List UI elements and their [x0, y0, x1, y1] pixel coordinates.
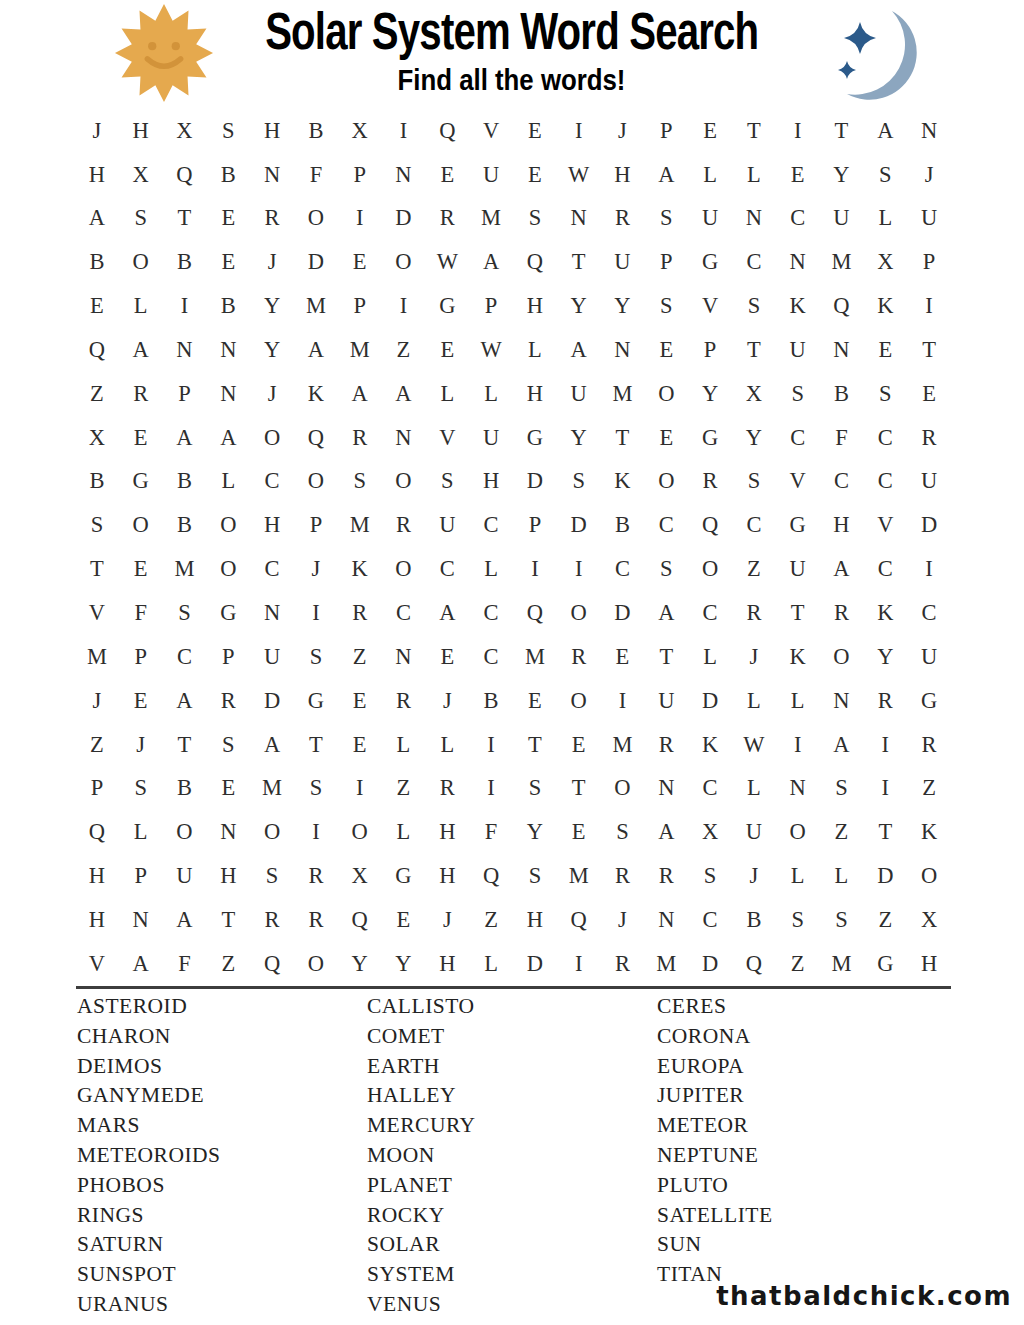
- grid-cell[interactable]: G: [425, 284, 469, 328]
- grid-cell[interactable]: U: [644, 679, 688, 723]
- grid-cell[interactable]: U: [776, 328, 820, 372]
- grid-cell[interactable]: Z: [75, 372, 119, 416]
- grid-cell[interactable]: H: [907, 942, 951, 986]
- grid-cell[interactable]: S: [338, 460, 382, 504]
- grid-cell[interactable]: O: [382, 547, 426, 591]
- grid-cell[interactable]: E: [206, 241, 250, 285]
- grid-cell[interactable]: E: [513, 153, 557, 197]
- grid-cell[interactable]: Q: [294, 416, 338, 460]
- grid-cell[interactable]: S: [820, 767, 864, 811]
- grid-cell[interactable]: Y: [732, 416, 776, 460]
- grid-cell[interactable]: P: [513, 504, 557, 548]
- grid-cell[interactable]: I: [294, 811, 338, 855]
- grid-cell[interactable]: Z: [863, 898, 907, 942]
- grid-cell[interactable]: Q: [469, 854, 513, 898]
- grid-cell[interactable]: O: [644, 372, 688, 416]
- grid-cell[interactable]: N: [776, 241, 820, 285]
- grid-cell[interactable]: C: [382, 591, 426, 635]
- grid-cell[interactable]: Q: [557, 898, 601, 942]
- grid-cell[interactable]: R: [688, 460, 732, 504]
- grid-cell[interactable]: T: [163, 723, 207, 767]
- grid-cell[interactable]: E: [644, 416, 688, 460]
- grid-cell[interactable]: C: [907, 591, 951, 635]
- grid-cell[interactable]: B: [469, 679, 513, 723]
- grid-cell[interactable]: C: [163, 635, 207, 679]
- grid-cell[interactable]: I: [557, 547, 601, 591]
- grid-cell[interactable]: H: [601, 153, 645, 197]
- grid-cell[interactable]: K: [907, 811, 951, 855]
- grid-cell[interactable]: N: [557, 197, 601, 241]
- grid-cell[interactable]: N: [119, 898, 163, 942]
- grid-cell[interactable]: O: [557, 591, 601, 635]
- grid-cell[interactable]: J: [119, 723, 163, 767]
- grid-cell[interactable]: U: [907, 460, 951, 504]
- grid-cell[interactable]: M: [644, 942, 688, 986]
- grid-cell[interactable]: C: [776, 197, 820, 241]
- grid-cell[interactable]: E: [776, 153, 820, 197]
- grid-cell[interactable]: I: [907, 284, 951, 328]
- grid-cell[interactable]: L: [688, 635, 732, 679]
- grid-cell[interactable]: U: [163, 854, 207, 898]
- grid-cell[interactable]: B: [163, 767, 207, 811]
- grid-cell[interactable]: O: [382, 460, 426, 504]
- grid-cell[interactable]: O: [206, 547, 250, 591]
- grid-cell[interactable]: O: [250, 811, 294, 855]
- grid-cell[interactable]: N: [206, 328, 250, 372]
- grid-cell[interactable]: I: [163, 284, 207, 328]
- grid-cell[interactable]: U: [250, 635, 294, 679]
- grid-cell[interactable]: C: [469, 591, 513, 635]
- grid-cell[interactable]: D: [863, 854, 907, 898]
- grid-cell[interactable]: A: [206, 416, 250, 460]
- grid-cell[interactable]: A: [75, 197, 119, 241]
- grid-cell[interactable]: V: [776, 460, 820, 504]
- grid-cell[interactable]: L: [776, 679, 820, 723]
- grid-cell[interactable]: F: [119, 591, 163, 635]
- grid-cell[interactable]: M: [338, 504, 382, 548]
- grid-cell[interactable]: C: [644, 504, 688, 548]
- grid-cell[interactable]: D: [557, 504, 601, 548]
- grid-cell[interactable]: E: [513, 109, 557, 153]
- grid-cell[interactable]: P: [119, 635, 163, 679]
- grid-cell[interactable]: R: [250, 197, 294, 241]
- grid-cell[interactable]: G: [513, 416, 557, 460]
- grid-cell[interactable]: B: [601, 504, 645, 548]
- grid-cell[interactable]: R: [382, 504, 426, 548]
- grid-cell[interactable]: L: [732, 153, 776, 197]
- grid-cell[interactable]: X: [863, 241, 907, 285]
- grid-cell[interactable]: C: [688, 898, 732, 942]
- grid-cell[interactable]: R: [338, 591, 382, 635]
- grid-cell[interactable]: Z: [732, 547, 776, 591]
- grid-cell[interactable]: L: [863, 197, 907, 241]
- grid-cell[interactable]: C: [863, 460, 907, 504]
- grid-cell[interactable]: P: [644, 109, 688, 153]
- grid-cell[interactable]: Y: [382, 942, 426, 986]
- grid-cell[interactable]: A: [382, 372, 426, 416]
- grid-cell[interactable]: N: [206, 811, 250, 855]
- grid-cell[interactable]: N: [250, 153, 294, 197]
- grid-cell[interactable]: E: [119, 679, 163, 723]
- grid-cell[interactable]: X: [119, 153, 163, 197]
- grid-cell[interactable]: U: [820, 197, 864, 241]
- grid-cell[interactable]: I: [557, 109, 601, 153]
- grid-cell[interactable]: M: [338, 328, 382, 372]
- grid-cell[interactable]: H: [513, 898, 557, 942]
- grid-cell[interactable]: M: [163, 547, 207, 591]
- grid-cell[interactable]: I: [776, 109, 820, 153]
- grid-cell[interactable]: P: [75, 767, 119, 811]
- grid-cell[interactable]: V: [688, 284, 732, 328]
- grid-cell[interactable]: A: [425, 591, 469, 635]
- grid-cell[interactable]: D: [688, 679, 732, 723]
- grid-cell[interactable]: M: [75, 635, 119, 679]
- grid-cell[interactable]: N: [644, 767, 688, 811]
- grid-cell[interactable]: L: [119, 811, 163, 855]
- grid-cell[interactable]: E: [644, 328, 688, 372]
- grid-cell[interactable]: S: [601, 811, 645, 855]
- grid-cell[interactable]: C: [863, 547, 907, 591]
- grid-cell[interactable]: E: [75, 284, 119, 328]
- grid-cell[interactable]: S: [863, 372, 907, 416]
- grid-cell[interactable]: P: [338, 153, 382, 197]
- grid-cell[interactable]: S: [250, 854, 294, 898]
- grid-cell[interactable]: Q: [75, 811, 119, 855]
- grid-cell[interactable]: C: [732, 241, 776, 285]
- grid-cell[interactable]: G: [688, 241, 732, 285]
- grid-cell[interactable]: D: [513, 942, 557, 986]
- grid-cell[interactable]: E: [338, 241, 382, 285]
- grid-cell[interactable]: L: [688, 153, 732, 197]
- grid-cell[interactable]: C: [601, 547, 645, 591]
- grid-cell[interactable]: J: [75, 109, 119, 153]
- grid-cell[interactable]: T: [732, 109, 776, 153]
- grid-cell[interactable]: L: [382, 811, 426, 855]
- grid-cell[interactable]: L: [820, 854, 864, 898]
- grid-cell[interactable]: R: [863, 679, 907, 723]
- grid-cell[interactable]: Q: [513, 241, 557, 285]
- grid-cell[interactable]: B: [206, 153, 250, 197]
- grid-cell[interactable]: A: [163, 679, 207, 723]
- grid-cell[interactable]: G: [907, 679, 951, 723]
- grid-cell[interactable]: R: [907, 723, 951, 767]
- grid-cell[interactable]: E: [863, 328, 907, 372]
- grid-cell[interactable]: Y: [557, 284, 601, 328]
- grid-cell[interactable]: T: [557, 241, 601, 285]
- grid-cell[interactable]: L: [469, 372, 513, 416]
- grid-cell[interactable]: A: [250, 723, 294, 767]
- grid-cell[interactable]: I: [513, 547, 557, 591]
- grid-cell[interactable]: U: [776, 547, 820, 591]
- grid-cell[interactable]: P: [644, 241, 688, 285]
- grid-cell[interactable]: Z: [382, 328, 426, 372]
- grid-cell[interactable]: Y: [863, 635, 907, 679]
- grid-cell[interactable]: O: [294, 197, 338, 241]
- grid-cell[interactable]: T: [513, 723, 557, 767]
- grid-cell[interactable]: L: [425, 723, 469, 767]
- grid-cell[interactable]: O: [250, 416, 294, 460]
- grid-cell[interactable]: J: [601, 109, 645, 153]
- grid-cell[interactable]: C: [820, 460, 864, 504]
- grid-cell[interactable]: G: [863, 942, 907, 986]
- grid-cell[interactable]: T: [820, 109, 864, 153]
- grid-cell[interactable]: W: [732, 723, 776, 767]
- grid-cell[interactable]: G: [382, 854, 426, 898]
- grid-cell[interactable]: E: [206, 767, 250, 811]
- grid-cell[interactable]: C: [250, 460, 294, 504]
- grid-cell[interactable]: Z: [776, 942, 820, 986]
- grid-cell[interactable]: Y: [250, 284, 294, 328]
- grid-cell[interactable]: X: [163, 109, 207, 153]
- grid-cell[interactable]: M: [601, 372, 645, 416]
- grid-cell[interactable]: P: [338, 284, 382, 328]
- grid-cell[interactable]: S: [75, 504, 119, 548]
- grid-cell[interactable]: A: [644, 591, 688, 635]
- grid-cell[interactable]: E: [206, 197, 250, 241]
- grid-cell[interactable]: A: [163, 898, 207, 942]
- grid-cell[interactable]: W: [557, 153, 601, 197]
- grid-cell[interactable]: T: [75, 547, 119, 591]
- grid-cell[interactable]: R: [907, 416, 951, 460]
- grid-cell[interactable]: S: [644, 284, 688, 328]
- grid-cell[interactable]: R: [250, 898, 294, 942]
- grid-cell[interactable]: S: [644, 197, 688, 241]
- grid-cell[interactable]: O: [907, 854, 951, 898]
- grid-cell[interactable]: M: [294, 284, 338, 328]
- grid-cell[interactable]: H: [75, 854, 119, 898]
- grid-cell[interactable]: E: [425, 635, 469, 679]
- grid-cell[interactable]: J: [250, 372, 294, 416]
- grid-cell[interactable]: R: [557, 635, 601, 679]
- grid-cell[interactable]: N: [206, 372, 250, 416]
- grid-cell[interactable]: O: [776, 811, 820, 855]
- grid-cell[interactable]: H: [75, 153, 119, 197]
- grid-cell[interactable]: V: [469, 109, 513, 153]
- grid-cell[interactable]: Y: [557, 416, 601, 460]
- grid-cell[interactable]: Z: [469, 898, 513, 942]
- grid-cell[interactable]: R: [206, 679, 250, 723]
- grid-cell[interactable]: C: [863, 416, 907, 460]
- grid-cell[interactable]: E: [601, 635, 645, 679]
- grid-cell[interactable]: H: [250, 109, 294, 153]
- grid-cell[interactable]: Y: [820, 153, 864, 197]
- grid-cell[interactable]: I: [601, 679, 645, 723]
- grid-cell[interactable]: K: [294, 372, 338, 416]
- grid-cell[interactable]: P: [206, 635, 250, 679]
- grid-cell[interactable]: H: [250, 504, 294, 548]
- grid-cell[interactable]: M: [820, 942, 864, 986]
- grid-cell[interactable]: E: [513, 679, 557, 723]
- grid-cell[interactable]: S: [425, 460, 469, 504]
- grid-cell[interactable]: J: [601, 898, 645, 942]
- grid-cell[interactable]: A: [338, 372, 382, 416]
- grid-cell[interactable]: C: [776, 416, 820, 460]
- grid-cell[interactable]: J: [75, 679, 119, 723]
- grid-cell[interactable]: O: [557, 679, 601, 723]
- grid-cell[interactable]: O: [338, 811, 382, 855]
- grid-cell[interactable]: Z: [382, 767, 426, 811]
- grid-cell[interactable]: V: [863, 504, 907, 548]
- grid-cell[interactable]: L: [425, 372, 469, 416]
- grid-cell[interactable]: N: [601, 328, 645, 372]
- grid-cell[interactable]: H: [425, 811, 469, 855]
- grid-cell[interactable]: O: [294, 460, 338, 504]
- grid-cell[interactable]: R: [119, 372, 163, 416]
- grid-cell[interactable]: S: [688, 854, 732, 898]
- grid-cell[interactable]: S: [644, 547, 688, 591]
- grid-cell[interactable]: A: [644, 153, 688, 197]
- grid-cell[interactable]: T: [863, 811, 907, 855]
- grid-cell[interactable]: M: [820, 241, 864, 285]
- grid-cell[interactable]: V: [75, 942, 119, 986]
- grid-cell[interactable]: L: [382, 723, 426, 767]
- grid-cell[interactable]: Z: [206, 942, 250, 986]
- grid-cell[interactable]: B: [163, 241, 207, 285]
- grid-cell[interactable]: I: [557, 942, 601, 986]
- grid-cell[interactable]: H: [820, 504, 864, 548]
- grid-cell[interactable]: L: [732, 679, 776, 723]
- grid-cell[interactable]: I: [863, 723, 907, 767]
- grid-cell[interactable]: T: [776, 591, 820, 635]
- grid-cell[interactable]: U: [732, 811, 776, 855]
- grid-cell[interactable]: K: [776, 635, 820, 679]
- grid-cell[interactable]: K: [338, 547, 382, 591]
- grid-cell[interactable]: K: [863, 591, 907, 635]
- grid-cell[interactable]: P: [688, 328, 732, 372]
- grid-cell[interactable]: C: [469, 635, 513, 679]
- grid-cell[interactable]: M: [513, 635, 557, 679]
- grid-cell[interactable]: K: [863, 284, 907, 328]
- grid-cell[interactable]: H: [206, 854, 250, 898]
- grid-cell[interactable]: K: [601, 460, 645, 504]
- grid-cell[interactable]: A: [294, 328, 338, 372]
- grid-cell[interactable]: V: [425, 416, 469, 460]
- grid-cell[interactable]: C: [688, 591, 732, 635]
- grid-cell[interactable]: L: [776, 854, 820, 898]
- grid-cell[interactable]: P: [907, 241, 951, 285]
- grid-cell[interactable]: H: [469, 460, 513, 504]
- grid-cell[interactable]: W: [469, 328, 513, 372]
- grid-cell[interactable]: R: [601, 942, 645, 986]
- grid-cell[interactable]: T: [163, 197, 207, 241]
- grid-cell[interactable]: A: [820, 723, 864, 767]
- grid-cell[interactable]: N: [250, 591, 294, 635]
- grid-cell[interactable]: Y: [513, 811, 557, 855]
- grid-cell[interactable]: E: [688, 109, 732, 153]
- grid-cell[interactable]: I: [469, 723, 513, 767]
- grid-cell[interactable]: Z: [75, 723, 119, 767]
- grid-cell[interactable]: S: [557, 460, 601, 504]
- grid-cell[interactable]: U: [907, 635, 951, 679]
- grid-cell[interactable]: N: [382, 635, 426, 679]
- grid-cell[interactable]: C: [425, 547, 469, 591]
- grid-cell[interactable]: U: [688, 197, 732, 241]
- grid-cell[interactable]: R: [601, 854, 645, 898]
- grid-cell[interactable]: R: [425, 197, 469, 241]
- grid-cell[interactable]: F: [163, 942, 207, 986]
- grid-cell[interactable]: D: [294, 241, 338, 285]
- grid-cell[interactable]: T: [644, 635, 688, 679]
- grid-cell[interactable]: C: [250, 547, 294, 591]
- grid-cell[interactable]: E: [907, 372, 951, 416]
- grid-cell[interactable]: E: [338, 723, 382, 767]
- grid-cell[interactable]: E: [338, 679, 382, 723]
- grid-cell[interactable]: G: [688, 416, 732, 460]
- grid-cell[interactable]: P: [294, 504, 338, 548]
- grid-cell[interactable]: Z: [338, 635, 382, 679]
- grid-cell[interactable]: N: [382, 153, 426, 197]
- grid-cell[interactable]: X: [732, 372, 776, 416]
- grid-cell[interactable]: M: [469, 197, 513, 241]
- grid-cell[interactable]: R: [338, 416, 382, 460]
- grid-cell[interactable]: B: [163, 504, 207, 548]
- grid-cell[interactable]: Q: [513, 591, 557, 635]
- grid-cell[interactable]: A: [557, 328, 601, 372]
- grid-cell[interactable]: S: [776, 372, 820, 416]
- grid-cell[interactable]: D: [382, 197, 426, 241]
- grid-cell[interactable]: Y: [250, 328, 294, 372]
- grid-cell[interactable]: O: [163, 811, 207, 855]
- grid-cell[interactable]: L: [206, 460, 250, 504]
- grid-cell[interactable]: O: [644, 460, 688, 504]
- grid-cell[interactable]: X: [907, 898, 951, 942]
- grid-cell[interactable]: Q: [338, 898, 382, 942]
- grid-cell[interactable]: C: [688, 767, 732, 811]
- grid-cell[interactable]: L: [513, 328, 557, 372]
- grid-cell[interactable]: O: [820, 635, 864, 679]
- grid-cell[interactable]: K: [688, 723, 732, 767]
- grid-cell[interactable]: B: [163, 460, 207, 504]
- grid-cell[interactable]: X: [338, 109, 382, 153]
- grid-cell[interactable]: R: [644, 723, 688, 767]
- grid-cell[interactable]: X: [75, 416, 119, 460]
- grid-cell[interactable]: N: [644, 898, 688, 942]
- grid-cell[interactable]: E: [425, 153, 469, 197]
- grid-cell[interactable]: E: [557, 723, 601, 767]
- grid-cell[interactable]: A: [644, 811, 688, 855]
- grid-cell[interactable]: G: [206, 591, 250, 635]
- grid-cell[interactable]: S: [820, 898, 864, 942]
- grid-cell[interactable]: S: [163, 591, 207, 635]
- grid-cell[interactable]: W: [425, 241, 469, 285]
- grid-cell[interactable]: H: [119, 109, 163, 153]
- grid-cell[interactable]: R: [382, 679, 426, 723]
- grid-cell[interactable]: R: [644, 854, 688, 898]
- grid-cell[interactable]: B: [75, 460, 119, 504]
- grid-cell[interactable]: S: [206, 723, 250, 767]
- grid-cell[interactable]: M: [601, 723, 645, 767]
- grid-cell[interactable]: T: [557, 767, 601, 811]
- grid-cell[interactable]: A: [119, 328, 163, 372]
- grid-cell[interactable]: S: [732, 284, 776, 328]
- grid-cell[interactable]: L: [469, 547, 513, 591]
- grid-cell[interactable]: N: [820, 679, 864, 723]
- grid-cell[interactable]: T: [206, 898, 250, 942]
- grid-cell[interactable]: O: [119, 241, 163, 285]
- grid-cell[interactable]: C: [469, 504, 513, 548]
- grid-cell[interactable]: I: [338, 197, 382, 241]
- grid-cell[interactable]: T: [294, 723, 338, 767]
- grid-cell[interactable]: Y: [688, 372, 732, 416]
- grid-cell[interactable]: B: [294, 109, 338, 153]
- grid-cell[interactable]: H: [75, 898, 119, 942]
- grid-cell[interactable]: S: [776, 898, 820, 942]
- grid-cell[interactable]: I: [863, 767, 907, 811]
- grid-cell[interactable]: S: [119, 197, 163, 241]
- grid-cell[interactable]: Y: [338, 942, 382, 986]
- grid-cell[interactable]: I: [469, 767, 513, 811]
- grid-cell[interactable]: I: [382, 284, 426, 328]
